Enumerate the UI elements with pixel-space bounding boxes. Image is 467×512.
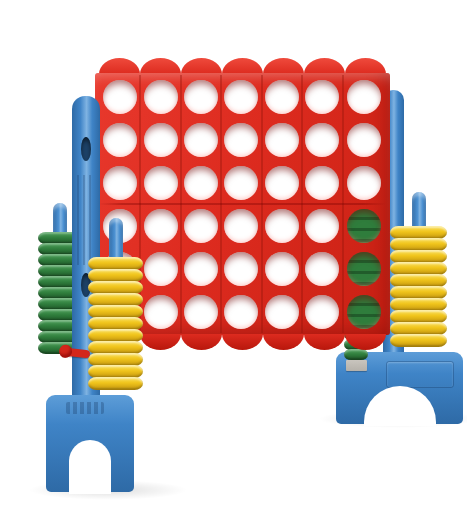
- board-cell-r2c3[interactable]: [182, 118, 222, 161]
- board-hole: [347, 80, 381, 114]
- board-hole: [265, 295, 299, 329]
- board-top-scallops: [96, 58, 389, 74]
- embossed-logo: [66, 402, 104, 414]
- board-hole: [103, 123, 137, 157]
- board-hole: [184, 252, 218, 286]
- board-hole: [347, 252, 381, 286]
- board-cell-r4c2[interactable]: [141, 204, 181, 247]
- stack-right-front[interactable]: [390, 192, 447, 347]
- board-cell-r3c1[interactable]: [101, 161, 141, 204]
- board-cell-r3c3[interactable]: [182, 161, 222, 204]
- board-hole: [305, 252, 339, 286]
- board-hole: [224, 252, 258, 286]
- board-cell-r4c6[interactable]: [303, 204, 343, 247]
- board-hole: [144, 166, 178, 200]
- board-hole: [144, 209, 178, 243]
- board-cell-r1c1[interactable]: [101, 75, 141, 118]
- board-cell-r3c4[interactable]: [222, 161, 262, 204]
- board-hole: [184, 295, 218, 329]
- board-cell-r4c3[interactable]: [182, 204, 222, 247]
- board-cell-r5c2[interactable]: [141, 247, 181, 290]
- board-hole: [224, 166, 258, 200]
- board-cell-r3c7[interactable]: [344, 161, 384, 204]
- board-hole: [184, 209, 218, 243]
- left-foot: [46, 395, 134, 492]
- board-cell-r2c6[interactable]: [303, 118, 343, 161]
- board-cell-r4c5[interactable]: [263, 204, 303, 247]
- board-hole: [347, 295, 381, 329]
- board-hole: [305, 166, 339, 200]
- label-plate: [346, 360, 367, 371]
- board-cell-r1c3[interactable]: [182, 75, 222, 118]
- board-cell-r2c1[interactable]: [101, 118, 141, 161]
- board-cell-r6c4[interactable]: [222, 290, 262, 333]
- board-cell-r3c2[interactable]: [141, 161, 181, 204]
- board-hole: [347, 123, 381, 157]
- board-hole: [265, 209, 299, 243]
- board-cell-r6c5[interactable]: [263, 290, 303, 333]
- board-hole: [305, 80, 339, 114]
- release-lever-icon[interactable]: [64, 348, 91, 359]
- board-cell-r2c2[interactable]: [141, 118, 181, 161]
- board-cell-r1c4[interactable]: [222, 75, 262, 118]
- board-cell-r1c2[interactable]: [141, 75, 181, 118]
- board-hole: [144, 295, 178, 329]
- board-hole: [265, 252, 299, 286]
- board-hole: [224, 209, 258, 243]
- board-cell-r3c6[interactable]: [303, 161, 343, 204]
- board-hole: [265, 123, 299, 157]
- recessed-panel: [386, 361, 454, 388]
- board-cell-r6c6[interactable]: [303, 290, 343, 333]
- green-disc[interactable]: [344, 349, 368, 360]
- board-cell-r5c3[interactable]: [182, 247, 222, 290]
- handle-cutout-top: [81, 137, 91, 161]
- board-hole: [265, 80, 299, 114]
- board-hole: [184, 80, 218, 114]
- board-hole: [224, 80, 258, 114]
- board-hole: [184, 166, 218, 200]
- board-hole: [103, 80, 137, 114]
- stack-left-front[interactable]: [88, 218, 143, 390]
- board-hole: [347, 166, 381, 200]
- board-hole: [144, 123, 178, 157]
- board-hole: [305, 209, 339, 243]
- board-cell-r5c6[interactable]: [303, 247, 343, 290]
- board-hole: [265, 166, 299, 200]
- board-cell-r6c3[interactable]: [182, 290, 222, 333]
- board-hole: [184, 123, 218, 157]
- board-cell-r2c4[interactable]: [222, 118, 262, 161]
- yellow-disc[interactable]: [88, 377, 143, 390]
- board-hole: [103, 166, 137, 200]
- board-cell-r6c7[interactable]: [344, 290, 384, 333]
- board-cell-r4c7[interactable]: [344, 204, 384, 247]
- board-hole: [305, 295, 339, 329]
- yellow-disc[interactable]: [390, 334, 447, 347]
- board-cell-r1c5[interactable]: [263, 75, 303, 118]
- lever-knob: [58, 344, 72, 358]
- board-hole: [305, 123, 339, 157]
- board-mid-seam: [99, 203, 386, 205]
- board-hole: [144, 252, 178, 286]
- board-cell-r5c5[interactable]: [263, 247, 303, 290]
- board-cell-r3c5[interactable]: [263, 161, 303, 204]
- board-hole: [224, 123, 258, 157]
- board-cell-r1c7[interactable]: [344, 75, 384, 118]
- board-hole: [347, 209, 381, 243]
- board-hole: [224, 295, 258, 329]
- board-cell-r4c4[interactable]: [222, 204, 262, 247]
- board-cell-r2c7[interactable]: [344, 118, 384, 161]
- board-cell-r2c5[interactable]: [263, 118, 303, 161]
- right-foot: [336, 352, 463, 424]
- giant-connect-four-set: [0, 0, 467, 512]
- board-hole: [144, 80, 178, 114]
- board-cell-r1c6[interactable]: [303, 75, 343, 118]
- board-cell-r6c2[interactable]: [141, 290, 181, 333]
- board-cell-r5c7[interactable]: [344, 247, 384, 290]
- board-cell-r5c4[interactable]: [222, 247, 262, 290]
